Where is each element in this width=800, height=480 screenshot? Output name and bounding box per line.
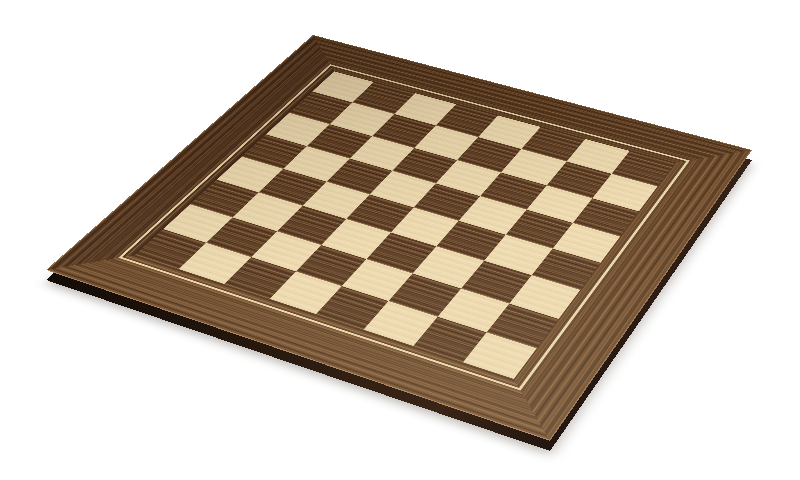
photo-background: [0, 0, 800, 480]
chessboard: [46, 35, 752, 441]
